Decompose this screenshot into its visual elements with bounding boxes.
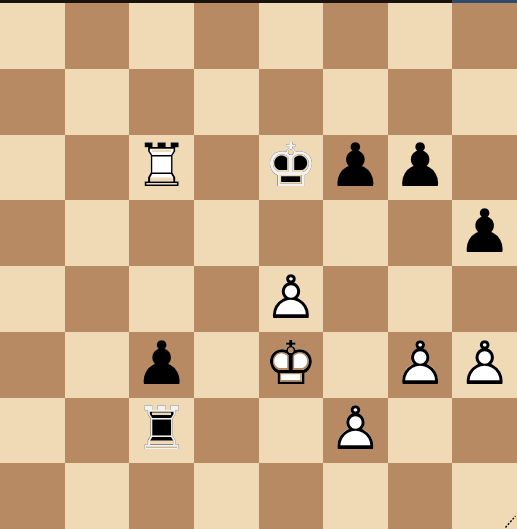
- square-h7[interactable]: [452, 69, 517, 135]
- black-pawn-icon: ♟: [452, 200, 517, 266]
- square-f1[interactable]: [323, 463, 388, 529]
- chess-board: ♜♖♚♔♟♟♟♟♙♟♚♔♟♙♟♙♜♖♟♙: [0, 3, 517, 529]
- black-king-outline-icon: ♔: [259, 135, 324, 201]
- black-pawn-c3[interactable]: ♟: [129, 332, 194, 398]
- white-pawn-outline-icon: ♙: [323, 398, 388, 464]
- square-e2[interactable]: [259, 398, 324, 464]
- square-f5[interactable]: [323, 200, 388, 266]
- square-g2[interactable]: [388, 398, 453, 464]
- white-king-outline-icon: ♔: [259, 332, 324, 398]
- square-h3[interactable]: ♟♙: [452, 332, 517, 398]
- square-a4[interactable]: [0, 266, 65, 332]
- black-pawn-h5[interactable]: ♟: [452, 200, 517, 266]
- square-d7[interactable]: [194, 69, 259, 135]
- square-c8[interactable]: [129, 3, 194, 69]
- square-b6[interactable]: [65, 135, 130, 201]
- square-g6[interactable]: ♟: [388, 135, 453, 201]
- square-g7[interactable]: [388, 69, 453, 135]
- square-f3[interactable]: [323, 332, 388, 398]
- white-pawn-outline-icon: ♙: [388, 332, 453, 398]
- square-b1[interactable]: [65, 463, 130, 529]
- square-c7[interactable]: [129, 69, 194, 135]
- square-g5[interactable]: [388, 200, 453, 266]
- square-c4[interactable]: [129, 266, 194, 332]
- square-c3[interactable]: ♟: [129, 332, 194, 398]
- square-a5[interactable]: [0, 200, 65, 266]
- corner-diagonal-mark: [504, 514, 517, 529]
- white-pawn-h3[interactable]: ♟♙: [452, 332, 517, 398]
- corner-diagonal-line: [506, 516, 516, 528]
- square-b3[interactable]: [65, 332, 130, 398]
- square-b5[interactable]: [65, 200, 130, 266]
- black-pawn-g6[interactable]: ♟: [388, 135, 453, 201]
- square-d5[interactable]: [194, 200, 259, 266]
- black-rook-outline-icon: ♖: [129, 398, 194, 464]
- square-f6[interactable]: ♟: [323, 135, 388, 201]
- square-d8[interactable]: [194, 3, 259, 69]
- square-a6[interactable]: [0, 135, 65, 201]
- square-c6[interactable]: ♜♖: [129, 135, 194, 201]
- square-h6[interactable]: [452, 135, 517, 201]
- square-e7[interactable]: [259, 69, 324, 135]
- square-g1[interactable]: [388, 463, 453, 529]
- square-g4[interactable]: [388, 266, 453, 332]
- white-pawn-g3[interactable]: ♟♙: [388, 332, 453, 398]
- square-d1[interactable]: [194, 463, 259, 529]
- square-g8[interactable]: [388, 3, 453, 69]
- square-h4[interactable]: [452, 266, 517, 332]
- black-pawn-icon: ♟: [323, 135, 388, 201]
- square-d4[interactable]: [194, 266, 259, 332]
- black-king-e6[interactable]: ♚♔: [259, 135, 324, 201]
- square-c1[interactable]: [129, 463, 194, 529]
- white-rook-c6[interactable]: ♜♖: [129, 135, 194, 201]
- square-a2[interactable]: [0, 398, 65, 464]
- square-e1[interactable]: [259, 463, 324, 529]
- black-pawn-icon: ♟: [129, 332, 194, 398]
- square-a7[interactable]: [0, 69, 65, 135]
- white-pawn-outline-icon: ♙: [452, 332, 517, 398]
- square-d6[interactable]: [194, 135, 259, 201]
- chess-app-window: ♜♖♚♔♟♟♟♟♙♟♚♔♟♙♟♙♜♖♟♙: [0, 0, 517, 529]
- square-e8[interactable]: [259, 3, 324, 69]
- square-a8[interactable]: [0, 3, 65, 69]
- square-f7[interactable]: [323, 69, 388, 135]
- black-rook-c2[interactable]: ♜♖: [129, 398, 194, 464]
- square-e5[interactable]: [259, 200, 324, 266]
- square-d3[interactable]: [194, 332, 259, 398]
- square-f4[interactable]: [323, 266, 388, 332]
- square-a1[interactable]: [0, 463, 65, 529]
- white-pawn-outline-icon: ♙: [259, 266, 324, 332]
- square-c5[interactable]: [129, 200, 194, 266]
- square-b4[interactable]: [65, 266, 130, 332]
- square-e4[interactable]: ♟♙: [259, 266, 324, 332]
- square-c2[interactable]: ♜♖: [129, 398, 194, 464]
- white-rook-outline-icon: ♖: [129, 135, 194, 201]
- square-e3[interactable]: ♚♔: [259, 332, 324, 398]
- square-b8[interactable]: [65, 3, 130, 69]
- square-h2[interactable]: [452, 398, 517, 464]
- square-e6[interactable]: ♚♔: [259, 135, 324, 201]
- black-pawn-icon: ♟: [388, 135, 453, 201]
- square-h8[interactable]: [452, 3, 517, 69]
- white-pawn-f2[interactable]: ♟♙: [323, 398, 388, 464]
- white-pawn-e4[interactable]: ♟♙: [259, 266, 324, 332]
- square-d2[interactable]: [194, 398, 259, 464]
- black-pawn-f6[interactable]: ♟: [323, 135, 388, 201]
- square-g3[interactable]: ♟♙: [388, 332, 453, 398]
- square-f8[interactable]: [323, 3, 388, 69]
- square-f2[interactable]: ♟♙: [323, 398, 388, 464]
- square-a3[interactable]: [0, 332, 65, 398]
- square-b2[interactable]: [65, 398, 130, 464]
- square-h5[interactable]: ♟: [452, 200, 517, 266]
- square-b7[interactable]: [65, 69, 130, 135]
- white-king-e3[interactable]: ♚♔: [259, 332, 324, 398]
